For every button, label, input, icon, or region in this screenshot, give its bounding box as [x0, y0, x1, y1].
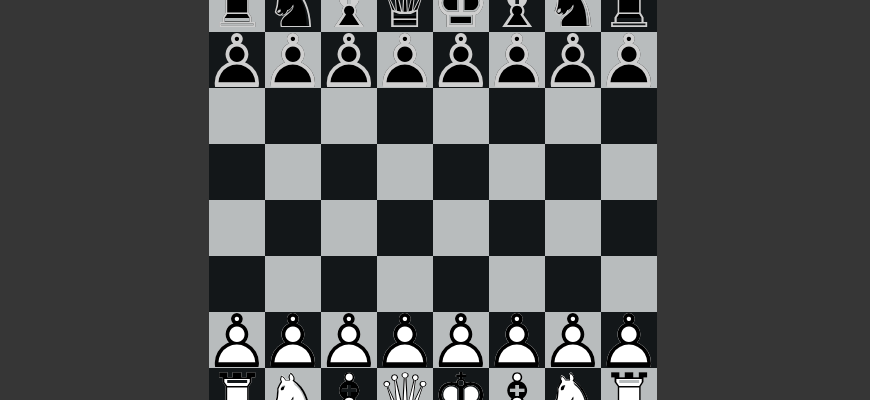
square-f5[interactable] [489, 144, 545, 200]
square-f1[interactable]: ♝♗ [489, 368, 545, 400]
square-h6[interactable] [601, 88, 657, 144]
piece-black-pawn[interactable]: ♟ [321, 33, 377, 89]
square-c5[interactable] [321, 144, 377, 200]
square-g4[interactable] [545, 200, 601, 256]
piece-black-pawn[interactable]: ♟ [601, 33, 657, 89]
square-a4[interactable] [209, 200, 265, 256]
square-a7[interactable]: ♟♙ [209, 32, 265, 88]
piece-black-pawn[interactable]: ♟ [545, 33, 601, 89]
piece-white-knight[interactable]: ♞ [265, 369, 321, 400]
square-c1[interactable]: ♝♗ [321, 368, 377, 400]
square-d6[interactable] [377, 88, 433, 144]
piece-black-pawn[interactable]: ♟ [209, 33, 265, 89]
piece-black-pawn[interactable]: ♟ [433, 33, 489, 89]
square-e4[interactable] [433, 200, 489, 256]
square-b5[interactable] [265, 144, 321, 200]
square-h4[interactable] [601, 200, 657, 256]
piece-white-king[interactable]: ♚ [433, 369, 489, 400]
square-b6[interactable] [265, 88, 321, 144]
square-g7[interactable]: ♟♙ [545, 32, 601, 88]
square-h1[interactable]: ♜♖ [601, 368, 657, 400]
square-a6[interactable] [209, 88, 265, 144]
piece-white-rook[interactable]: ♜ [209, 369, 265, 400]
square-f7[interactable]: ♟♙ [489, 32, 545, 88]
square-d1[interactable]: ♛♕ [377, 368, 433, 400]
piece-black-pawn[interactable]: ♟ [265, 33, 321, 89]
chess-board: ♜♖♞♘♝♗♛♕♚♔♝♗♞♘♜♖♟♙♟♙♟♙♟♙♟♙♟♙♟♙♟♙♟♙♟♙♟♙♟♙… [209, 0, 657, 400]
square-g1[interactable]: ♞♘ [545, 368, 601, 400]
square-c6[interactable] [321, 88, 377, 144]
square-f6[interactable] [489, 88, 545, 144]
piece-white-knight[interactable]: ♞ [545, 369, 601, 400]
app-background: ♜♖♞♘♝♗♛♕♚♔♝♗♞♘♜♖♟♙♟♙♟♙♟♙♟♙♟♙♟♙♟♙♟♙♟♙♟♙♟♙… [0, 0, 870, 400]
square-c4[interactable] [321, 200, 377, 256]
square-g6[interactable] [545, 88, 601, 144]
square-h7[interactable]: ♟♙ [601, 32, 657, 88]
square-e6[interactable] [433, 88, 489, 144]
square-c7[interactable]: ♟♙ [321, 32, 377, 88]
square-e5[interactable] [433, 144, 489, 200]
square-d4[interactable] [377, 200, 433, 256]
square-d5[interactable] [377, 144, 433, 200]
square-f4[interactable] [489, 200, 545, 256]
piece-white-bishop[interactable]: ♝ [321, 369, 377, 400]
square-b1[interactable]: ♞♘ [265, 368, 321, 400]
square-a5[interactable] [209, 144, 265, 200]
piece-white-rook[interactable]: ♜ [601, 369, 657, 400]
square-e7[interactable]: ♟♙ [433, 32, 489, 88]
piece-black-pawn[interactable]: ♟ [489, 33, 545, 89]
square-d7[interactable]: ♟♙ [377, 32, 433, 88]
square-a1[interactable]: ♜♖ [209, 368, 265, 400]
square-h5[interactable] [601, 144, 657, 200]
square-g5[interactable] [545, 144, 601, 200]
square-b7[interactable]: ♟♙ [265, 32, 321, 88]
piece-white-queen[interactable]: ♛ [377, 369, 433, 400]
square-e1[interactable]: ♚♔ [433, 368, 489, 400]
piece-white-bishop[interactable]: ♝ [489, 369, 545, 400]
piece-black-pawn[interactable]: ♟ [377, 33, 433, 89]
square-b4[interactable] [265, 200, 321, 256]
